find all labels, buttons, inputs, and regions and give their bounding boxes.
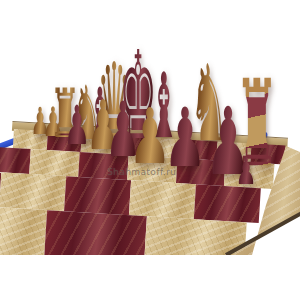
chess-set-photo: ♟♟♜♝♞♛♝♟♞♚♟♟♟♟♜♟♟ Shahmatoff.ru [0,0,300,300]
photo-crop-mask [0,255,300,300]
chess-piece-pawn-red: ♟ [234,153,258,190]
watermark: Shahmatoff.ru [107,167,176,177]
